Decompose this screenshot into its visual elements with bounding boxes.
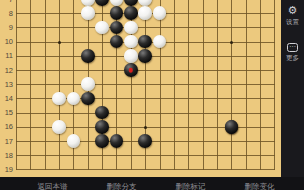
row-label: 19 [0, 166, 13, 174]
black-stone[interactable] [95, 106, 109, 120]
white-stone[interactable] [138, 6, 152, 20]
grid-line-vertical [246, 0, 247, 170]
grid-line-vertical [274, 0, 275, 170]
black-stone[interactable] [110, 35, 124, 49]
white-stone[interactable] [124, 35, 138, 49]
grid-line-vertical [174, 0, 175, 170]
settings-button[interactable]: ⚙ 设置 [286, 4, 299, 25]
grid-line-horizontal [16, 84, 275, 85]
black-stone[interactable] [124, 63, 138, 77]
black-stone[interactable] [95, 120, 109, 134]
delete-marks-button[interactable]: 删除标记 [176, 182, 206, 190]
grid-line-vertical [217, 0, 218, 170]
star-point [58, 41, 61, 44]
return-mainline-button[interactable]: 返回本谱 [38, 182, 68, 190]
row-label: 10 [0, 38, 13, 46]
white-stone[interactable] [153, 6, 167, 20]
black-stone[interactable] [81, 49, 95, 63]
more-label: 更多 [286, 54, 299, 61]
grid-line-vertical [260, 0, 261, 170]
more-button[interactable]: ⋯ 更多 [286, 43, 299, 61]
black-stone[interactable] [124, 0, 138, 6]
black-stone[interactable] [225, 120, 239, 134]
white-stone[interactable] [52, 92, 66, 106]
black-stone[interactable] [81, 92, 95, 106]
white-stone[interactable] [95, 21, 109, 35]
grid-line-vertical [45, 0, 46, 170]
row-label: 14 [0, 95, 13, 103]
grid-line-horizontal [16, 113, 275, 114]
white-stone[interactable] [124, 21, 138, 35]
star-point [230, 41, 233, 44]
white-stone[interactable] [81, 6, 95, 20]
row-label: 15 [0, 109, 13, 117]
black-stone[interactable] [110, 134, 124, 148]
grid-line-vertical [59, 0, 60, 170]
row-label: 8 [0, 10, 13, 18]
black-stone[interactable] [110, 6, 124, 20]
gear-icon: ⚙ [288, 4, 298, 16]
right-sidebar: ⚙ 设置 ⋯ 更多 [281, 0, 304, 190]
grid-line-horizontal [16, 70, 275, 71]
white-stone[interactable] [81, 77, 95, 91]
go-board[interactable]: 78910111213141516171819 [0, 0, 281, 190]
black-stone[interactable] [138, 35, 152, 49]
last-move-marker [129, 68, 134, 73]
white-stone[interactable] [52, 120, 66, 134]
row-label: 17 [0, 138, 13, 146]
row-label: 9 [0, 24, 13, 32]
grid-line-vertical [30, 0, 31, 170]
black-stone[interactable] [138, 49, 152, 63]
white-stone[interactable] [67, 134, 81, 148]
row-label: 7 [0, 0, 13, 4]
grid-line-vertical [16, 0, 17, 170]
grid-line-horizontal [16, 155, 275, 156]
row-label: 16 [0, 123, 13, 131]
grid-line-vertical [231, 0, 232, 170]
row-label: 11 [0, 52, 13, 60]
grid-line-vertical [203, 0, 204, 170]
star-point [144, 126, 147, 129]
black-stone[interactable] [124, 6, 138, 20]
settings-label: 设置 [286, 18, 299, 25]
white-stone[interactable] [153, 35, 167, 49]
grid-line-vertical [160, 0, 161, 170]
white-stone[interactable] [138, 0, 152, 6]
black-stone[interactable] [138, 134, 152, 148]
white-stone[interactable] [110, 0, 124, 6]
row-label: 12 [0, 67, 13, 75]
row-label: 18 [0, 152, 13, 160]
more-icon: ⋯ [287, 43, 298, 52]
delete-branch-button[interactable]: 删除分支 [107, 182, 137, 190]
delete-variation-button[interactable]: 删除变化 [245, 182, 275, 190]
grid-line-horizontal [16, 27, 275, 28]
black-stone[interactable] [110, 21, 124, 35]
bottom-toolbar: 返回本谱 删除分支 删除标记 删除变化 [0, 177, 304, 190]
grid-line-horizontal [16, 169, 275, 170]
white-stone[interactable] [81, 0, 95, 6]
white-stone[interactable] [67, 92, 81, 106]
grid-line-vertical [188, 0, 189, 170]
black-stone[interactable] [95, 134, 109, 148]
go-app-screen: 78910111213141516171819 ⚙ 设置 ⋯ 更多 返回本谱 删… [0, 0, 304, 190]
row-label: 13 [0, 81, 13, 89]
black-stone[interactable] [95, 0, 109, 6]
white-stone[interactable] [124, 49, 138, 63]
